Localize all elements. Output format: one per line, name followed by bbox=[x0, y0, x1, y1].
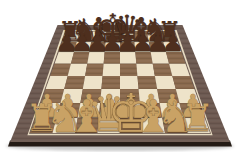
square-f5[interactable] bbox=[136, 64, 155, 76]
square-d5[interactable] bbox=[103, 64, 120, 76]
square-b5[interactable] bbox=[68, 64, 88, 76]
square-e5[interactable] bbox=[120, 64, 137, 76]
piece-black-pawn-h7[interactable]: ♟ bbox=[162, 30, 185, 55]
chessboard-product-photo: ♜♞♝♚♛♝♞♜♟♟♟♟♟♟♟♟♟♟♟♟♟♟♟♟♜♞♝♛♚♝♞♜ bbox=[0, 0, 240, 160]
square-c5[interactable] bbox=[85, 64, 104, 76]
piece-white-rook-h1[interactable]: ♜ bbox=[181, 100, 215, 138]
square-g5[interactable] bbox=[153, 64, 173, 76]
